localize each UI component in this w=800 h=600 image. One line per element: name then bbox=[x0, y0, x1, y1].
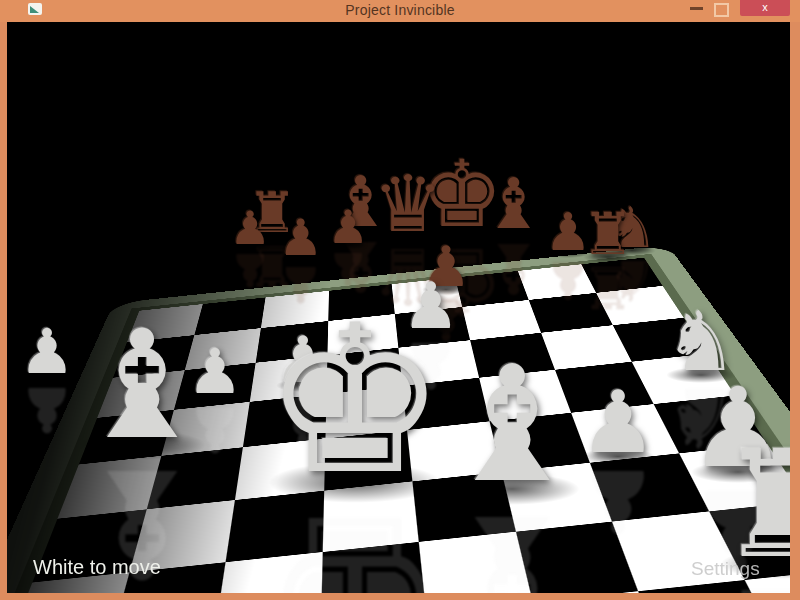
black-piece-glyph: ♟ bbox=[327, 204, 368, 250]
black-piece-glyph: ♛ bbox=[373, 165, 443, 243]
black-piece-glyph: ♟ bbox=[279, 213, 324, 263]
game-viewport: ♝♝♝♝♜♜♚♚♛♛♟♟♟♟♞♞♟♟♟♟♜♜♟♟♟♟♟♟♞♞♟♟♟♟♝♝♟♟♟♟… bbox=[7, 22, 790, 593]
white-piece-glyph: ♚ bbox=[263, 298, 447, 503]
titlebar[interactable]: Project Invincible x bbox=[0, 0, 800, 22]
window-title: Project Invincible bbox=[0, 2, 800, 18]
close-button[interactable]: x bbox=[740, 0, 790, 16]
turn-indicator: White to move bbox=[33, 556, 161, 579]
white-piece-glyph: ♟ bbox=[19, 321, 75, 383]
white-piece-glyph: ♟ bbox=[579, 379, 656, 465]
settings-button[interactable]: Settings bbox=[691, 558, 760, 580]
white-piece-glyph: ♝ bbox=[440, 345, 583, 505]
black-piece-glyph: ♟ bbox=[229, 205, 270, 251]
white-piece-glyph: ♜ bbox=[717, 431, 790, 579]
maximize-button[interactable] bbox=[714, 3, 729, 17]
black-piece-glyph: ♜ bbox=[582, 205, 634, 263]
window-frame-left bbox=[0, 22, 7, 600]
app-window: ♝♝♝♝♜♜♚♚♛♛♟♟♟♟♞♞♟♟♟♟♜♜♟♟♟♟♟♟♞♞♟♟♟♟♝♝♟♟♟♟… bbox=[0, 0, 800, 600]
minimize-button[interactable] bbox=[690, 7, 703, 10]
window-frame-right bbox=[790, 22, 800, 600]
pieces-layer: ♝♝♝♝♜♜♚♚♛♛♟♟♟♟♞♞♟♟♟♟♜♜♟♟♟♟♟♟♞♞♟♟♟♟♝♝♟♟♟♟… bbox=[7, 22, 790, 593]
white-piece-glyph: ♝ bbox=[75, 310, 209, 460]
window-frame-bottom bbox=[0, 593, 800, 600]
